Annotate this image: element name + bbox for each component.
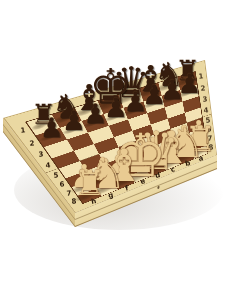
chess-set-photo: 1122334455667788hgfedcba ♜♞♝♚♛♝♞♜♟♟♟♟♟♟♟… [0,0,240,303]
latch-screw-dot [157,186,159,190]
